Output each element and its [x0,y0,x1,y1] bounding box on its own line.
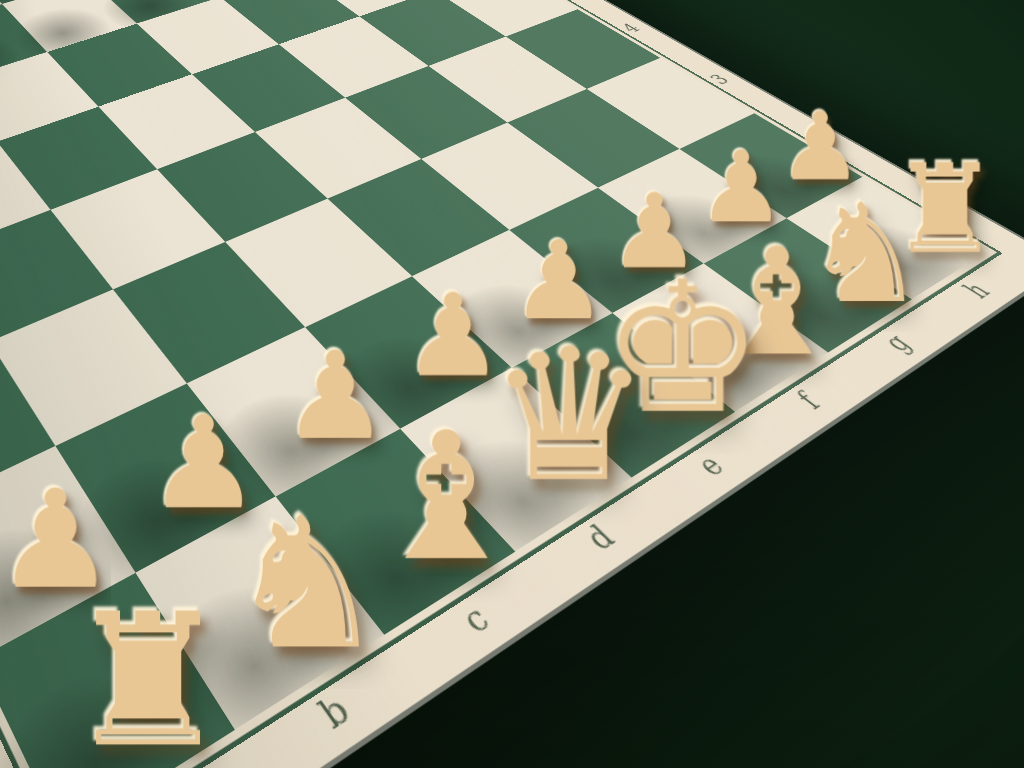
square-e6[interactable] [137,0,279,74]
square-h4[interactable] [506,9,660,89]
piece-shadow [88,0,203,29]
square-e7[interactable]: ♟ [88,0,220,24]
square-c7[interactable]: ♟ [0,4,47,83]
chess-board: ♜♞♝♛♚♝♞♜♟♟♟♟♟♟♟♟♟♟♟♟♟♟♟♟♜♞♝♛♚♝♞♜ aabbccd… [0,0,1024,768]
square-f6[interactable] [220,0,359,44]
piece-shadow [0,0,70,9]
square-g4[interactable] [429,37,587,123]
piece-black-pawn-d7[interactable]: ♟ [40,0,142,36]
square-g6[interactable] [298,0,434,16]
square-d7[interactable]: ♟ [2,0,137,52]
square-c6[interactable] [0,52,98,142]
square-d6[interactable] [47,24,192,107]
piece-shadow [0,0,118,57]
label-rank-5-right: 5 [504,0,602,9]
piece-black-pawn-c7[interactable]: ♟ [0,0,51,65]
square-c8[interactable]: ♝ [0,0,2,31]
board-squares-grid: ♜♞♝♛♚♝♞♜♟♟♟♟♟♟♟♟♟♟♟♟♟♟♟♟♜♞♝♛♚♝♞♜ [0,0,988,768]
square-g5[interactable] [359,0,505,66]
chess-photo-viewport: ♜♞♝♛♚♝♞♜♟♟♟♟♟♟♟♟♟♟♟♟♟♟♟♟♜♞♝♛♚♝♞♜ aabbccd… [0,0,1024,768]
square-f5[interactable] [279,16,429,97]
piece-black-bishop-c8[interactable]: ♝ [0,0,5,15]
piece-black-pawn-e7[interactable]: ♟ [128,0,227,8]
piece-white-rook-a1[interactable]: ♜ [48,591,248,768]
square-e5[interactable] [192,44,345,132]
square-d5[interactable] [98,74,255,169]
square-h5[interactable] [434,0,577,37]
label-rank-4-right: 4 [578,0,686,58]
board-coordinate-labels: aabbccddeeffgghh1122334455667788 [0,0,333,31]
piece-shadow [170,0,281,2]
piece-shadow [0,25,27,89]
square-d8[interactable]: ♛ [0,0,88,4]
scene-3d: ♜♞♝♛♚♝♞♜♟♟♟♟♟♟♟♟♟♟♟♟♟♟♟♟♜♞♝♛♚♝♞♜ aabbccd… [0,0,1024,768]
